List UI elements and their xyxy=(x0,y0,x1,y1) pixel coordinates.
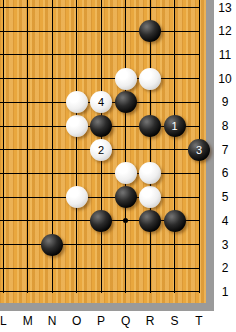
row-label-6: 6 xyxy=(214,165,236,181)
row-label-13: 13 xyxy=(214,0,236,16)
black-stone-S8: 1 xyxy=(164,115,186,137)
grid-line-vertical-R xyxy=(150,0,151,293)
row-label-12: 12 xyxy=(214,23,236,39)
row-label-7: 7 xyxy=(214,142,236,158)
black-stone-Q9 xyxy=(115,91,137,113)
move-number-label: 3 xyxy=(196,139,202,161)
col-label-N: N xyxy=(44,313,60,330)
grid-line-vertical-O xyxy=(76,0,77,293)
col-label-P: P xyxy=(93,313,109,330)
black-stone-N3 xyxy=(41,234,63,256)
row-label-11: 11 xyxy=(214,47,236,63)
white-stone-O5 xyxy=(66,186,88,208)
black-stone-Q5 xyxy=(115,186,137,208)
col-label-Q: Q xyxy=(118,313,134,330)
white-stone-R10 xyxy=(139,68,161,90)
move-number-label: 1 xyxy=(171,115,177,137)
black-stone-P4 xyxy=(90,210,112,232)
white-stone-R6 xyxy=(139,162,161,184)
row-label-2: 2 xyxy=(214,260,236,276)
white-stone-P9: 4 xyxy=(90,91,112,113)
col-label-R: R xyxy=(142,313,158,330)
board-edge: 3124 xyxy=(0,0,214,311)
col-label-S: S xyxy=(167,313,183,330)
row-label-9: 9 xyxy=(214,94,236,110)
grid-line-vertical-L xyxy=(3,0,4,293)
black-stone-R12 xyxy=(139,20,161,42)
white-stone-Q10 xyxy=(115,68,137,90)
white-stone-Q6 xyxy=(115,162,137,184)
move-number-label: 2 xyxy=(98,139,104,161)
grid-line-vertical-M xyxy=(27,0,28,293)
move-number-label: 4 xyxy=(98,91,104,113)
black-stone-R4 xyxy=(139,210,161,232)
col-label-M: M xyxy=(20,313,36,330)
white-stone-O8 xyxy=(66,115,88,137)
col-label-L: L xyxy=(0,313,11,330)
go-board-surface[interactable]: 3124 xyxy=(0,0,206,303)
black-stone-R8 xyxy=(139,115,161,137)
row-label-4: 4 xyxy=(214,213,236,229)
grid-line-vertical-S xyxy=(174,0,175,293)
row-label-10: 10 xyxy=(214,71,236,87)
row-label-3: 3 xyxy=(214,237,236,253)
go-board-diagram: 3124 13121110987654321 LMNOPQRST xyxy=(0,0,236,332)
col-label-T: T xyxy=(191,313,207,330)
white-stone-O9 xyxy=(66,91,88,113)
white-stone-P7: 2 xyxy=(90,139,112,161)
row-coordinate-labels: 13121110987654321 xyxy=(214,0,236,311)
black-stone-T7: 3 xyxy=(188,139,210,161)
row-label-1: 1 xyxy=(214,284,236,300)
star-point-Q4 xyxy=(123,218,128,223)
column-coordinate-labels: LMNOPQRST xyxy=(0,311,214,332)
black-stone-P8 xyxy=(90,115,112,137)
row-label-5: 5 xyxy=(214,189,236,205)
col-label-O: O xyxy=(69,313,85,330)
row-label-8: 8 xyxy=(214,118,236,134)
white-stone-R5 xyxy=(139,186,161,208)
black-stone-S4 xyxy=(164,210,186,232)
grid-line-vertical-Q xyxy=(125,0,126,293)
